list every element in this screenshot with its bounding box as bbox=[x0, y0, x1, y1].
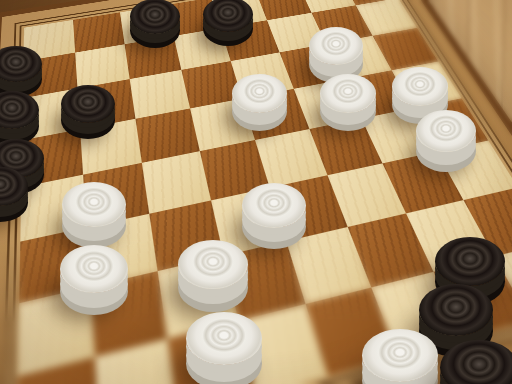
white-checker-white-low-left[interactable] bbox=[60, 245, 128, 293]
dark-checker-dark-left-1[interactable] bbox=[0, 46, 42, 82]
dark-checker-dark-table-right-1[interactable] bbox=[435, 237, 505, 286]
white-checker-white-center[interactable] bbox=[242, 183, 306, 228]
white-checker-white-top-mid[interactable] bbox=[232, 74, 287, 113]
white-checker-white-top-right-c[interactable] bbox=[392, 67, 448, 106]
checkers-photo-scene bbox=[0, 0, 512, 384]
white-checker-white-mid-left[interactable] bbox=[62, 182, 126, 227]
white-checker-white-center-low[interactable] bbox=[178, 240, 248, 289]
dark-checker-dark-left-2[interactable] bbox=[0, 91, 39, 129]
dark-checker-dark-row1-a[interactable] bbox=[130, 0, 180, 34]
dark-checker-dark-mid-left[interactable] bbox=[61, 85, 115, 123]
white-checker-white-edge-right[interactable] bbox=[416, 110, 476, 152]
dark-checker-dark-table-right-3[interactable] bbox=[440, 340, 512, 384]
white-checker-white-top-right-b[interactable] bbox=[320, 74, 376, 113]
white-checker-white-bottom[interactable] bbox=[186, 312, 262, 365]
pieces-layer bbox=[0, 0, 512, 384]
dark-checker-dark-row1-b[interactable] bbox=[203, 0, 253, 32]
white-checker-white-top-right-a[interactable] bbox=[309, 27, 363, 65]
white-checker-white-bottom-corner[interactable] bbox=[362, 329, 438, 382]
dark-checker-dark-table-right-2[interactable] bbox=[419, 284, 493, 336]
